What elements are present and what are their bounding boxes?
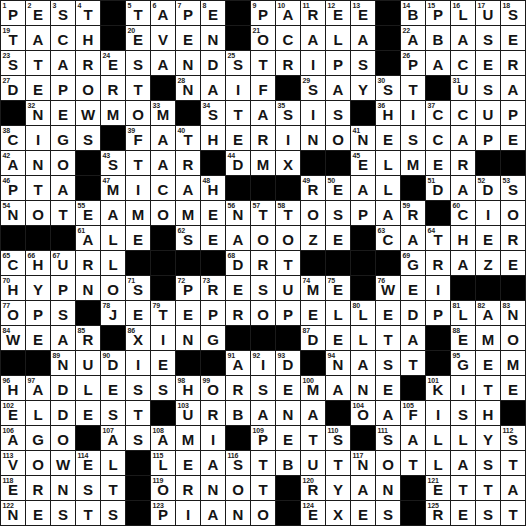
grid-cell[interactable]: E — [26, 501, 50, 525]
grid-cell[interactable]: 90D — [101, 351, 125, 375]
grid-cell[interactable]: E — [376, 126, 400, 150]
grid-cell[interactable]: 95G — [451, 351, 475, 375]
grid-cell[interactable]: E — [201, 226, 225, 250]
grid-cell[interactable]: L — [101, 226, 125, 250]
grid-cell[interactable]: A — [351, 351, 375, 375]
grid-cell[interactable]: 2E — [26, 1, 50, 25]
grid-cell[interactable]: P — [351, 201, 375, 225]
grid-cell[interactable]: 22A — [401, 26, 425, 50]
grid-cell[interactable]: T — [26, 176, 50, 200]
grid-cell[interactable]: N — [351, 376, 375, 400]
grid-cell[interactable]: 23S — [1, 51, 25, 75]
grid-cell[interactable]: A — [426, 51, 450, 75]
grid-cell[interactable]: A — [51, 326, 75, 350]
grid-cell[interactable]: N — [176, 326, 200, 350]
grid-cell[interactable]: C — [151, 176, 175, 200]
grid-cell[interactable]: M — [176, 426, 200, 450]
grid-cell[interactable]: 82A — [476, 301, 500, 325]
grid-cell[interactable]: I — [126, 351, 150, 375]
grid-cell[interactable]: 109P — [251, 426, 275, 450]
grid-cell[interactable]: S — [476, 76, 500, 100]
grid-cell[interactable]: 14B — [401, 1, 425, 25]
grid-cell[interactable]: R — [226, 376, 250, 400]
grid-cell[interactable]: T — [251, 451, 275, 475]
grid-cell[interactable]: X — [326, 501, 350, 525]
grid-cell[interactable]: 122N — [1, 501, 25, 525]
grid-cell[interactable]: A — [351, 176, 375, 200]
grid-cell[interactable]: O — [301, 201, 325, 225]
grid-cell[interactable]: 96H — [1, 376, 25, 400]
grid-cell[interactable]: E — [476, 351, 500, 375]
grid-cell[interactable]: T — [501, 451, 525, 475]
grid-cell[interactable]: E — [201, 201, 225, 225]
grid-cell[interactable]: C — [451, 101, 475, 125]
grid-cell[interactable]: T — [26, 51, 50, 75]
grid-cell[interactable]: P — [276, 301, 300, 325]
grid-cell[interactable]: 63C — [376, 226, 400, 250]
grid-cell[interactable]: Y — [476, 426, 500, 450]
grid-cell[interactable]: 101K — [426, 376, 450, 400]
grid-cell[interactable]: S — [101, 501, 125, 525]
grid-cell[interactable]: P — [51, 276, 75, 300]
grid-cell[interactable]: T — [376, 326, 400, 350]
grid-cell[interactable]: S — [451, 401, 475, 425]
grid-cell[interactable]: T — [226, 101, 250, 125]
grid-cell[interactable]: O — [26, 201, 50, 225]
grid-cell[interactable]: O — [501, 326, 525, 350]
grid-cell[interactable]: I — [126, 176, 150, 200]
grid-cell[interactable]: 45E — [351, 151, 375, 175]
grid-cell[interactable]: 79T — [151, 301, 175, 325]
grid-cell[interactable]: O — [376, 451, 400, 475]
grid-cell[interactable]: T — [51, 201, 75, 225]
grid-cell[interactable]: 36H — [376, 101, 400, 125]
grid-cell[interactable]: C — [451, 51, 475, 75]
grid-cell[interactable]: E — [226, 276, 250, 300]
grid-cell[interactable]: H — [476, 401, 500, 425]
grid-cell[interactable]: P — [51, 76, 75, 100]
grid-cell[interactable]: O — [26, 451, 50, 475]
grid-cell[interactable]: H — [451, 226, 475, 250]
grid-cell[interactable]: 64T — [426, 226, 450, 250]
grid-cell[interactable]: 9P — [251, 1, 275, 25]
grid-cell[interactable]: 48H — [201, 176, 225, 200]
grid-cell[interactable]: O — [501, 201, 525, 225]
grid-cell[interactable]: 116S — [226, 451, 250, 475]
grid-cell[interactable]: W — [76, 101, 100, 125]
grid-cell[interactable]: 100M — [301, 376, 325, 400]
grid-cell[interactable]: 32N — [26, 101, 50, 125]
grid-cell[interactable]: R — [26, 476, 50, 500]
grid-cell[interactable]: S — [51, 501, 75, 525]
grid-cell[interactable]: P — [476, 126, 500, 150]
grid-cell[interactable]: L — [376, 151, 400, 175]
grid-cell[interactable]: 15P — [426, 1, 450, 25]
grid-cell[interactable]: A — [451, 451, 475, 475]
grid-cell[interactable]: I — [176, 501, 200, 525]
grid-cell[interactable]: L — [326, 301, 350, 325]
grid-cell[interactable]: T — [76, 501, 100, 525]
grid-cell[interactable]: E — [401, 276, 425, 300]
grid-cell[interactable]: 8E — [201, 1, 225, 25]
grid-cell[interactable]: E — [351, 501, 375, 525]
grid-cell[interactable]: 123P — [151, 501, 175, 525]
grid-cell[interactable]: E — [326, 326, 350, 350]
grid-cell[interactable]: 58T — [276, 201, 300, 225]
grid-cell[interactable]: H — [76, 26, 100, 50]
grid-cell[interactable]: A — [151, 126, 175, 150]
grid-cell[interactable]: 77O — [1, 301, 25, 325]
grid-cell[interactable]: T — [251, 51, 275, 75]
grid-cell[interactable]: 104O — [351, 401, 375, 425]
grid-cell[interactable]: E — [176, 301, 200, 325]
grid-cell[interactable]: 20E — [126, 26, 150, 50]
grid-cell[interactable]: 39F — [126, 126, 150, 150]
grid-cell[interactable]: 111S — [376, 426, 400, 450]
grid-cell[interactable]: E — [151, 351, 175, 375]
grid-cell[interactable]: 115L — [151, 451, 175, 475]
grid-cell[interactable]: 94N — [326, 351, 350, 375]
grid-cell[interactable]: O — [251, 226, 275, 250]
grid-cell[interactable]: T — [251, 476, 275, 500]
grid-cell[interactable]: W — [51, 451, 75, 475]
grid-cell[interactable]: 121E — [426, 476, 450, 500]
grid-cell[interactable]: A — [326, 376, 350, 400]
grid-cell[interactable]: M — [476, 326, 500, 350]
grid-cell[interactable]: 106A — [1, 426, 25, 450]
grid-cell[interactable]: 72P — [176, 276, 200, 300]
grid-cell[interactable]: I — [151, 326, 175, 350]
grid-cell[interactable]: E — [301, 301, 325, 325]
grid-cell[interactable]: 52D — [476, 176, 500, 200]
grid-cell[interactable]: R — [76, 51, 100, 75]
grid-cell[interactable]: A — [301, 401, 325, 425]
grid-cell[interactable]: 98H — [176, 376, 200, 400]
grid-cell[interactable]: D — [51, 401, 75, 425]
grid-cell[interactable]: M — [401, 151, 425, 175]
grid-cell[interactable]: 26P — [401, 51, 425, 75]
grid-cell[interactable]: 73R — [201, 276, 225, 300]
grid-cell[interactable]: T — [326, 451, 350, 475]
grid-cell[interactable]: S — [376, 501, 400, 525]
grid-cell[interactable]: 47M — [101, 176, 125, 200]
grid-cell[interactable]: S — [76, 476, 100, 500]
grid-cell[interactable]: I — [26, 126, 50, 150]
grid-cell[interactable]: E — [501, 376, 525, 400]
grid-cell[interactable]: T — [476, 376, 500, 400]
grid-cell[interactable]: 28N — [176, 76, 200, 100]
grid-cell[interactable]: 13E — [351, 1, 375, 25]
grid-cell[interactable]: 18S — [501, 1, 525, 25]
grid-cell[interactable]: 91A — [226, 351, 250, 375]
grid-cell[interactable]: 103U — [176, 401, 200, 425]
grid-cell[interactable]: D — [401, 301, 425, 325]
grid-cell[interactable]: S — [351, 51, 375, 75]
grid-cell[interactable]: P — [26, 301, 50, 325]
grid-cell[interactable]: 1P — [1, 1, 25, 25]
grid-cell[interactable]: 107A — [101, 426, 125, 450]
grid-cell[interactable]: 35S — [276, 101, 300, 125]
grid-cell[interactable]: A — [401, 426, 425, 450]
grid-cell[interactable]: U — [301, 451, 325, 475]
grid-cell[interactable]: 86X — [126, 326, 150, 350]
grid-cell[interactable]: E — [501, 26, 525, 50]
grid-cell[interactable]: E — [476, 51, 500, 75]
grid-cell[interactable]: I — [451, 376, 475, 400]
grid-cell[interactable]: S — [126, 51, 150, 75]
grid-cell[interactable]: O — [226, 476, 250, 500]
grid-cell[interactable]: A — [451, 176, 475, 200]
grid-cell[interactable]: 55E — [76, 201, 100, 225]
grid-cell[interactable]: R — [501, 51, 525, 75]
grid-cell[interactable]: 125R — [426, 501, 450, 525]
grid-cell[interactable]: 12E — [326, 1, 350, 25]
grid-cell[interactable]: O — [251, 301, 275, 325]
grid-cell[interactable]: M — [251, 151, 275, 175]
grid-cell[interactable]: 71S — [126, 276, 150, 300]
grid-cell[interactable]: 38C — [1, 126, 25, 150]
grid-cell[interactable]: N — [301, 126, 325, 150]
grid-cell[interactable]: E — [76, 401, 100, 425]
grid-cell[interactable]: N — [51, 476, 75, 500]
grid-cell[interactable]: O — [51, 151, 75, 175]
grid-cell[interactable]: R — [426, 251, 450, 275]
grid-cell[interactable]: Y — [26, 276, 50, 300]
grid-cell[interactable]: T — [301, 426, 325, 450]
grid-cell[interactable]: A — [376, 201, 400, 225]
grid-cell[interactable]: O — [76, 76, 100, 100]
grid-cell[interactable]: R — [501, 226, 525, 250]
grid-cell[interactable]: 78J — [101, 301, 125, 325]
grid-cell[interactable]: V — [151, 26, 175, 50]
grid-cell[interactable]: 117N — [351, 451, 375, 475]
grid-cell[interactable]: 17U — [476, 1, 500, 25]
grid-cell[interactable]: R — [101, 76, 125, 100]
grid-cell[interactable]: 114E — [76, 451, 100, 475]
grid-cell[interactable]: A — [151, 151, 175, 175]
grid-cell[interactable]: E — [501, 126, 525, 150]
grid-cell[interactable]: 61A — [76, 226, 100, 250]
grid-cell[interactable]: 19T — [1, 26, 25, 50]
grid-cell[interactable]: S — [401, 126, 425, 150]
grid-cell[interactable]: 83N — [501, 301, 525, 325]
grid-cell[interactable]: S — [126, 376, 150, 400]
grid-cell[interactable]: O — [251, 501, 275, 525]
grid-cell[interactable]: H — [201, 126, 225, 150]
grid-cell[interactable]: A — [501, 476, 525, 500]
grid-cell[interactable]: O — [276, 226, 300, 250]
grid-cell[interactable]: R — [276, 51, 300, 75]
grid-cell[interactable]: E — [326, 226, 350, 250]
grid-cell[interactable]: I — [201, 426, 225, 450]
grid-cell[interactable]: 113V — [1, 451, 25, 475]
grid-cell[interactable]: 37C — [426, 101, 450, 125]
grid-cell[interactable]: 24E — [101, 51, 125, 75]
grid-cell[interactable]: I — [301, 101, 325, 125]
grid-cell[interactable]: E — [126, 301, 150, 325]
grid-cell[interactable]: E — [226, 126, 250, 150]
grid-cell[interactable]: P — [501, 101, 525, 125]
grid-cell[interactable]: L — [351, 326, 375, 350]
grid-cell[interactable]: 108A — [151, 426, 175, 450]
grid-cell[interactable]: Y — [326, 476, 350, 500]
grid-cell[interactable]: R — [76, 251, 100, 275]
grid-cell[interactable]: L — [426, 426, 450, 450]
grid-cell[interactable]: N — [201, 26, 225, 50]
grid-cell[interactable]: S — [151, 376, 175, 400]
grid-cell[interactable]: E — [451, 501, 475, 525]
grid-cell[interactable]: U — [276, 276, 300, 300]
grid-cell[interactable]: O — [151, 201, 175, 225]
grid-cell[interactable]: T — [401, 351, 425, 375]
grid-cell[interactable]: B — [276, 451, 300, 475]
grid-cell[interactable]: G — [201, 326, 225, 350]
grid-cell[interactable]: P — [326, 51, 350, 75]
grid-cell[interactable]: F — [251, 76, 275, 100]
grid-cell[interactable]: Z — [476, 251, 500, 275]
grid-cell[interactable]: 66H — [26, 251, 50, 275]
grid-cell[interactable]: 56N — [226, 201, 250, 225]
grid-cell[interactable]: 80L — [351, 301, 375, 325]
grid-cell[interactable]: L — [376, 176, 400, 200]
grid-cell[interactable]: R — [176, 151, 200, 175]
grid-cell[interactable]: R — [201, 401, 225, 425]
grid-cell[interactable]: T — [126, 76, 150, 100]
grid-cell[interactable]: L — [76, 376, 100, 400]
grid-cell[interactable]: R — [251, 126, 275, 150]
grid-cell[interactable]: 70H — [1, 276, 25, 300]
grid-cell[interactable]: L — [26, 401, 50, 425]
grid-cell[interactable]: T — [101, 476, 125, 500]
grid-cell[interactable]: 50E — [326, 176, 350, 200]
grid-cell[interactable]: 51D — [426, 176, 450, 200]
grid-cell[interactable]: N — [26, 151, 50, 175]
grid-cell[interactable]: 118E — [1, 476, 25, 500]
grid-cell[interactable]: 88E — [451, 326, 475, 350]
grid-cell[interactable]: T — [401, 451, 425, 475]
grid-cell[interactable]: A — [51, 51, 75, 75]
grid-cell[interactable]: P — [201, 301, 225, 325]
grid-cell[interactable]: E — [426, 151, 450, 175]
grid-cell[interactable]: 42A — [1, 151, 25, 175]
grid-cell[interactable]: 16L — [451, 1, 475, 25]
grid-cell[interactable]: 49R — [301, 176, 325, 200]
grid-cell[interactable]: T — [401, 76, 425, 100]
grid-cell[interactable]: A — [26, 26, 50, 50]
grid-cell[interactable]: S — [76, 126, 100, 150]
grid-cell[interactable]: 89N — [51, 351, 75, 375]
grid-cell[interactable]: 62S — [176, 226, 200, 250]
grid-cell[interactable]: C — [426, 126, 450, 150]
grid-cell[interactable]: 87D — [301, 326, 325, 350]
grid-cell[interactable]: 25S — [226, 51, 250, 75]
grid-cell[interactable]: R — [176, 476, 200, 500]
grid-cell[interactable]: N — [176, 51, 200, 75]
grid-cell[interactable]: N — [376, 476, 400, 500]
grid-cell[interactable]: A — [251, 401, 275, 425]
grid-cell[interactable]: 99O — [201, 376, 225, 400]
grid-cell[interactable]: A — [351, 26, 375, 50]
grid-cell[interactable]: 110S — [326, 426, 350, 450]
grid-cell[interactable]: O — [126, 101, 150, 125]
grid-cell[interactable]: T — [126, 151, 150, 175]
grid-cell[interactable]: L — [326, 26, 350, 50]
grid-cell[interactable]: 105F — [401, 401, 425, 425]
grid-cell[interactable]: N — [76, 276, 100, 300]
grid-cell[interactable]: S — [476, 451, 500, 475]
grid-cell[interactable]: S — [101, 401, 125, 425]
grid-cell[interactable]: S — [326, 201, 350, 225]
grid-cell[interactable]: 124E — [301, 501, 325, 525]
grid-cell[interactable]: 4T — [76, 1, 100, 25]
grid-cell[interactable]: 27D — [1, 76, 25, 100]
grid-cell[interactable]: 69G — [401, 251, 425, 275]
grid-cell[interactable]: N — [201, 476, 225, 500]
grid-cell[interactable]: 21O — [251, 26, 275, 50]
grid-cell[interactable]: L — [101, 251, 125, 275]
grid-cell[interactable]: 40T — [176, 126, 200, 150]
grid-cell[interactable]: 43S — [101, 151, 125, 175]
grid-cell[interactable]: 3S — [51, 1, 75, 25]
grid-cell[interactable]: 93D — [276, 351, 300, 375]
grid-cell[interactable]: 7P — [176, 1, 200, 25]
grid-cell[interactable]: 67U — [51, 251, 75, 275]
grid-cell[interactable]: 11R — [301, 1, 325, 25]
grid-cell[interactable]: C — [51, 26, 75, 50]
grid-cell[interactable]: S — [476, 501, 500, 525]
grid-cell[interactable]: D — [201, 51, 225, 75]
grid-cell[interactable]: A — [326, 76, 350, 100]
grid-cell[interactable]: 81L — [451, 301, 475, 325]
grid-cell[interactable]: A — [201, 76, 225, 100]
grid-cell[interactable]: 68D — [226, 251, 250, 275]
grid-cell[interactable]: A — [501, 76, 525, 100]
grid-cell[interactable]: 60C — [451, 201, 475, 225]
grid-cell[interactable]: N — [276, 401, 300, 425]
grid-cell[interactable]: X — [276, 151, 300, 175]
grid-cell[interactable]: R — [226, 301, 250, 325]
grid-cell[interactable]: N — [226, 501, 250, 525]
grid-cell[interactable]: A — [401, 326, 425, 350]
grid-cell[interactable]: 6A — [151, 1, 175, 25]
grid-cell[interactable]: T — [126, 401, 150, 425]
grid-cell[interactable]: 10A — [276, 1, 300, 25]
grid-cell[interactable]: U — [76, 351, 100, 375]
grid-cell[interactable]: A — [101, 201, 125, 225]
grid-cell[interactable]: C — [276, 26, 300, 50]
grid-cell[interactable]: 5T — [126, 1, 150, 25]
grid-cell[interactable]: E — [51, 101, 75, 125]
grid-cell[interactable]: O — [326, 126, 350, 150]
grid-cell[interactable]: 102E — [1, 401, 25, 425]
grid-cell[interactable]: A — [51, 176, 75, 200]
grid-cell[interactable]: 30S — [376, 76, 400, 100]
grid-cell[interactable]: P — [426, 301, 450, 325]
grid-cell[interactable]: 41N — [351, 126, 375, 150]
grid-cell[interactable]: 46P — [1, 176, 25, 200]
grid-cell[interactable]: 65C — [1, 251, 25, 275]
grid-cell[interactable]: A — [451, 251, 475, 275]
grid-cell[interactable]: I — [476, 201, 500, 225]
grid-cell[interactable]: 97A — [26, 376, 50, 400]
grid-cell[interactable]: Y — [351, 76, 375, 100]
grid-cell[interactable]: S — [51, 301, 75, 325]
grid-cell[interactable]: T — [276, 251, 300, 275]
grid-cell[interactable]: E — [501, 251, 525, 275]
grid-cell[interactable]: M — [176, 201, 200, 225]
grid-cell[interactable]: 75E — [326, 276, 350, 300]
grid-cell[interactable]: U — [476, 101, 500, 125]
